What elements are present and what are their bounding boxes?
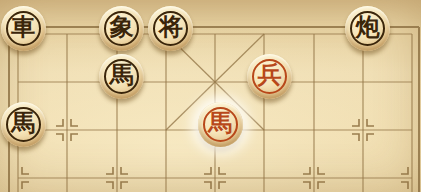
piece-ring: 車 <box>6 11 41 46</box>
xiangqi-board[interactable]: 車象将炮馬兵馬馬 <box>0 0 421 192</box>
piece-character: 将 <box>159 15 183 39</box>
piece-character: 馬 <box>110 63 134 87</box>
piece-character: 馬 <box>208 111 232 135</box>
piece-character: 象 <box>110 15 134 39</box>
piece-ring: 兵 <box>252 59 287 94</box>
piece-black-elephant[interactable]: 象 <box>99 6 144 51</box>
piece-ring: 象 <box>104 11 139 46</box>
piece-character: 車 <box>11 15 35 39</box>
piece-ring: 馬 <box>6 107 41 142</box>
piece-character: 兵 <box>257 63 281 87</box>
piece-black-horse[interactable]: 馬 <box>1 102 46 147</box>
piece-character: 炮 <box>356 15 380 39</box>
piece-black-chariot[interactable]: 車 <box>1 6 46 51</box>
piece-black-cannon[interactable]: 炮 <box>345 6 390 51</box>
piece-black-horse[interactable]: 馬 <box>99 54 144 99</box>
piece-ring: 馬 <box>203 107 238 142</box>
piece-ring: 炮 <box>350 11 385 46</box>
piece-black-general[interactable]: 将 <box>148 6 193 51</box>
piece-red-soldier[interactable]: 兵 <box>247 54 292 99</box>
piece-character: 馬 <box>11 111 35 135</box>
piece-ring: 馬 <box>104 59 139 94</box>
game-screenshot: 車象将炮馬兵馬馬 <box>0 0 421 192</box>
piece-red-horse[interactable]: 馬 <box>198 102 243 147</box>
piece-ring: 将 <box>153 11 188 46</box>
